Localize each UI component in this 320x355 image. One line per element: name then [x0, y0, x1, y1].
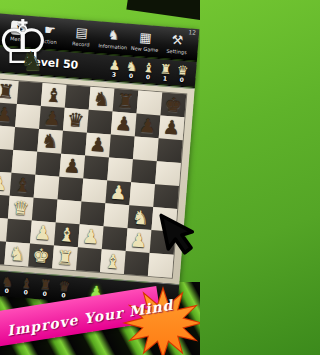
- square-e4[interactable]: [81, 179, 107, 204]
- square-b4[interactable]: ♝: [10, 173, 36, 198]
- black-rook: ♜: [0, 80, 15, 104]
- square-g7[interactable]: ♟: [135, 113, 161, 138]
- square-f3[interactable]: [104, 203, 130, 228]
- black-pawn: ♟: [0, 102, 13, 126]
- captured-queen-slot: ♛0: [174, 64, 190, 83]
- square-d3[interactable]: [56, 200, 82, 225]
- board-grid-icon: ▦: [139, 30, 152, 45]
- toolbar-button-information[interactable]: ♞Information: [98, 27, 130, 50]
- white-bishop: ♝: [103, 249, 122, 273]
- white-rook: ♜: [56, 246, 75, 270]
- square-b2[interactable]: [6, 219, 32, 244]
- black-pawn: ♟: [162, 116, 181, 140]
- square-g3[interactable]: ♞: [128, 205, 154, 230]
- square-b6[interactable]: [13, 127, 39, 152]
- white-knight: ♞: [131, 205, 150, 229]
- document-icon: ▤: [75, 25, 88, 40]
- captured-bishop-slot: ♝0: [140, 61, 156, 80]
- square-d2[interactable]: ♝: [54, 222, 80, 247]
- captured-white-tray: ♟3♞0♝0♜1♛0: [106, 59, 192, 84]
- square-c5[interactable]: [35, 152, 61, 177]
- square-d7[interactable]: ♛: [63, 108, 89, 133]
- square-c4[interactable]: [34, 175, 60, 200]
- captured-count: 0: [180, 75, 185, 82]
- square-e1[interactable]: [76, 247, 102, 272]
- square-b8[interactable]: [17, 81, 43, 106]
- square-c6[interactable]: ♞: [37, 129, 63, 154]
- black-knight-artwork-icon: ♞: [20, 46, 43, 76]
- captured-pawn-slot: ♟3: [106, 59, 122, 78]
- square-d6[interactable]: [61, 131, 87, 156]
- square-c8[interactable]: ♝: [41, 83, 67, 108]
- knight-icon: ♞: [107, 28, 120, 43]
- white-pawn: ♟: [33, 221, 52, 245]
- toolbar-button-new-game[interactable]: ▦New Game: [129, 29, 161, 52]
- square-e6[interactable]: ♟: [85, 133, 111, 158]
- chess-board[interactable]: ♜♝♞♜♚♟♟♛♟♟♟♞♟♟♟♝♟♛♞♟♝♟♟♞♚♜♝: [0, 78, 187, 279]
- square-d8[interactable]: [65, 85, 91, 110]
- square-g4[interactable]: [129, 182, 155, 207]
- white-pawn: ♟: [0, 171, 8, 195]
- square-b1[interactable]: ♞: [4, 242, 30, 267]
- captured-knight-slot: ♞0: [123, 60, 139, 79]
- status-clock: 12: [188, 28, 196, 36]
- square-f6[interactable]: [109, 135, 135, 160]
- toolbar-button-label: Information: [98, 42, 127, 50]
- square-e8[interactable]: ♞: [89, 87, 115, 112]
- captured-bishop-slot: ♝0: [18, 276, 34, 295]
- black-pawn: ♟: [89, 133, 108, 157]
- wrench-icon: ⚒: [171, 33, 184, 48]
- square-h6[interactable]: [157, 138, 183, 163]
- square-e5[interactable]: [83, 156, 109, 181]
- toolbar-button-label: New Game: [131, 44, 159, 52]
- captured-count: 0: [42, 289, 47, 296]
- white-king: ♚: [32, 244, 51, 268]
- square-c7[interactable]: ♟: [39, 106, 65, 131]
- captured-count: 0: [129, 71, 134, 78]
- square-f4[interactable]: ♟: [105, 180, 131, 205]
- square-a8[interactable]: ♜: [0, 79, 19, 104]
- square-e3[interactable]: [80, 201, 106, 226]
- black-pawn: ♟: [63, 154, 82, 178]
- captured-queen-slot: ♛0: [56, 279, 72, 298]
- square-g2[interactable]: ♟: [126, 228, 152, 253]
- square-f1[interactable]: ♝: [100, 249, 126, 274]
- white-pawn: ♟: [129, 228, 148, 252]
- square-f7[interactable]: ♟: [111, 112, 137, 137]
- square-f2[interactable]: [102, 226, 128, 251]
- toolbar-button-label: Record: [72, 40, 90, 47]
- square-e7[interactable]: [87, 110, 113, 135]
- square-d4[interactable]: [58, 177, 84, 202]
- black-knight: ♞: [41, 129, 60, 153]
- toolbar-button-record[interactable]: ▤Record: [66, 24, 98, 47]
- white-pawn: ♟: [81, 225, 100, 249]
- white-knight: ♞: [8, 242, 27, 266]
- captured-rook-slot: ♜0: [37, 278, 53, 297]
- captured-count: 3: [112, 70, 117, 77]
- captured-count: 0: [4, 286, 9, 293]
- captured-count: 0: [23, 288, 28, 295]
- captured-count: 0: [146, 73, 151, 80]
- square-h8[interactable]: ♚: [160, 92, 186, 117]
- square-h7[interactable]: ♟: [159, 115, 185, 140]
- captured-count: 1: [163, 74, 168, 81]
- captured-rook-slot: ♜1: [157, 63, 173, 82]
- square-h5[interactable]: [155, 161, 181, 186]
- black-pawn: ♟: [43, 106, 62, 130]
- black-queen: ♛: [66, 108, 85, 132]
- background-dark-wedge: [126, 0, 200, 22]
- square-c3[interactable]: [32, 198, 58, 223]
- square-b7[interactable]: [15, 104, 41, 129]
- square-d1[interactable]: ♜: [52, 245, 78, 270]
- white-bishop: ♝: [57, 223, 76, 247]
- square-g8[interactable]: [137, 91, 163, 116]
- black-rook: ♜: [116, 89, 135, 113]
- square-b3[interactable]: ♛: [8, 196, 34, 221]
- black-pawn: ♟: [114, 112, 133, 136]
- square-c1[interactable]: ♚: [28, 244, 54, 269]
- white-queen: ♛: [11, 196, 30, 220]
- captured-count: 0: [61, 291, 66, 298]
- square-f5[interactable]: [107, 157, 133, 182]
- square-d5[interactable]: ♟: [59, 154, 85, 179]
- square-h4[interactable]: [153, 184, 179, 209]
- square-g5[interactable]: [131, 159, 157, 184]
- square-g1[interactable]: [124, 251, 150, 276]
- white-pawn: ♟: [109, 181, 128, 205]
- square-f8[interactable]: ♜: [113, 89, 139, 114]
- toolbar-button-label: Settings: [166, 47, 187, 55]
- square-e2[interactable]: ♟: [78, 224, 104, 249]
- black-pawn: ♟: [138, 114, 157, 138]
- black-bishop: ♝: [44, 83, 63, 107]
- black-bishop: ♝: [13, 173, 32, 197]
- square-b5[interactable]: [12, 150, 38, 175]
- captured-knight-slot: ♞0: [0, 275, 15, 294]
- black-knight: ♞: [92, 87, 111, 111]
- square-c2[interactable]: ♟: [30, 221, 56, 246]
- black-king: ♚: [164, 93, 183, 117]
- square-g6[interactable]: [133, 136, 159, 161]
